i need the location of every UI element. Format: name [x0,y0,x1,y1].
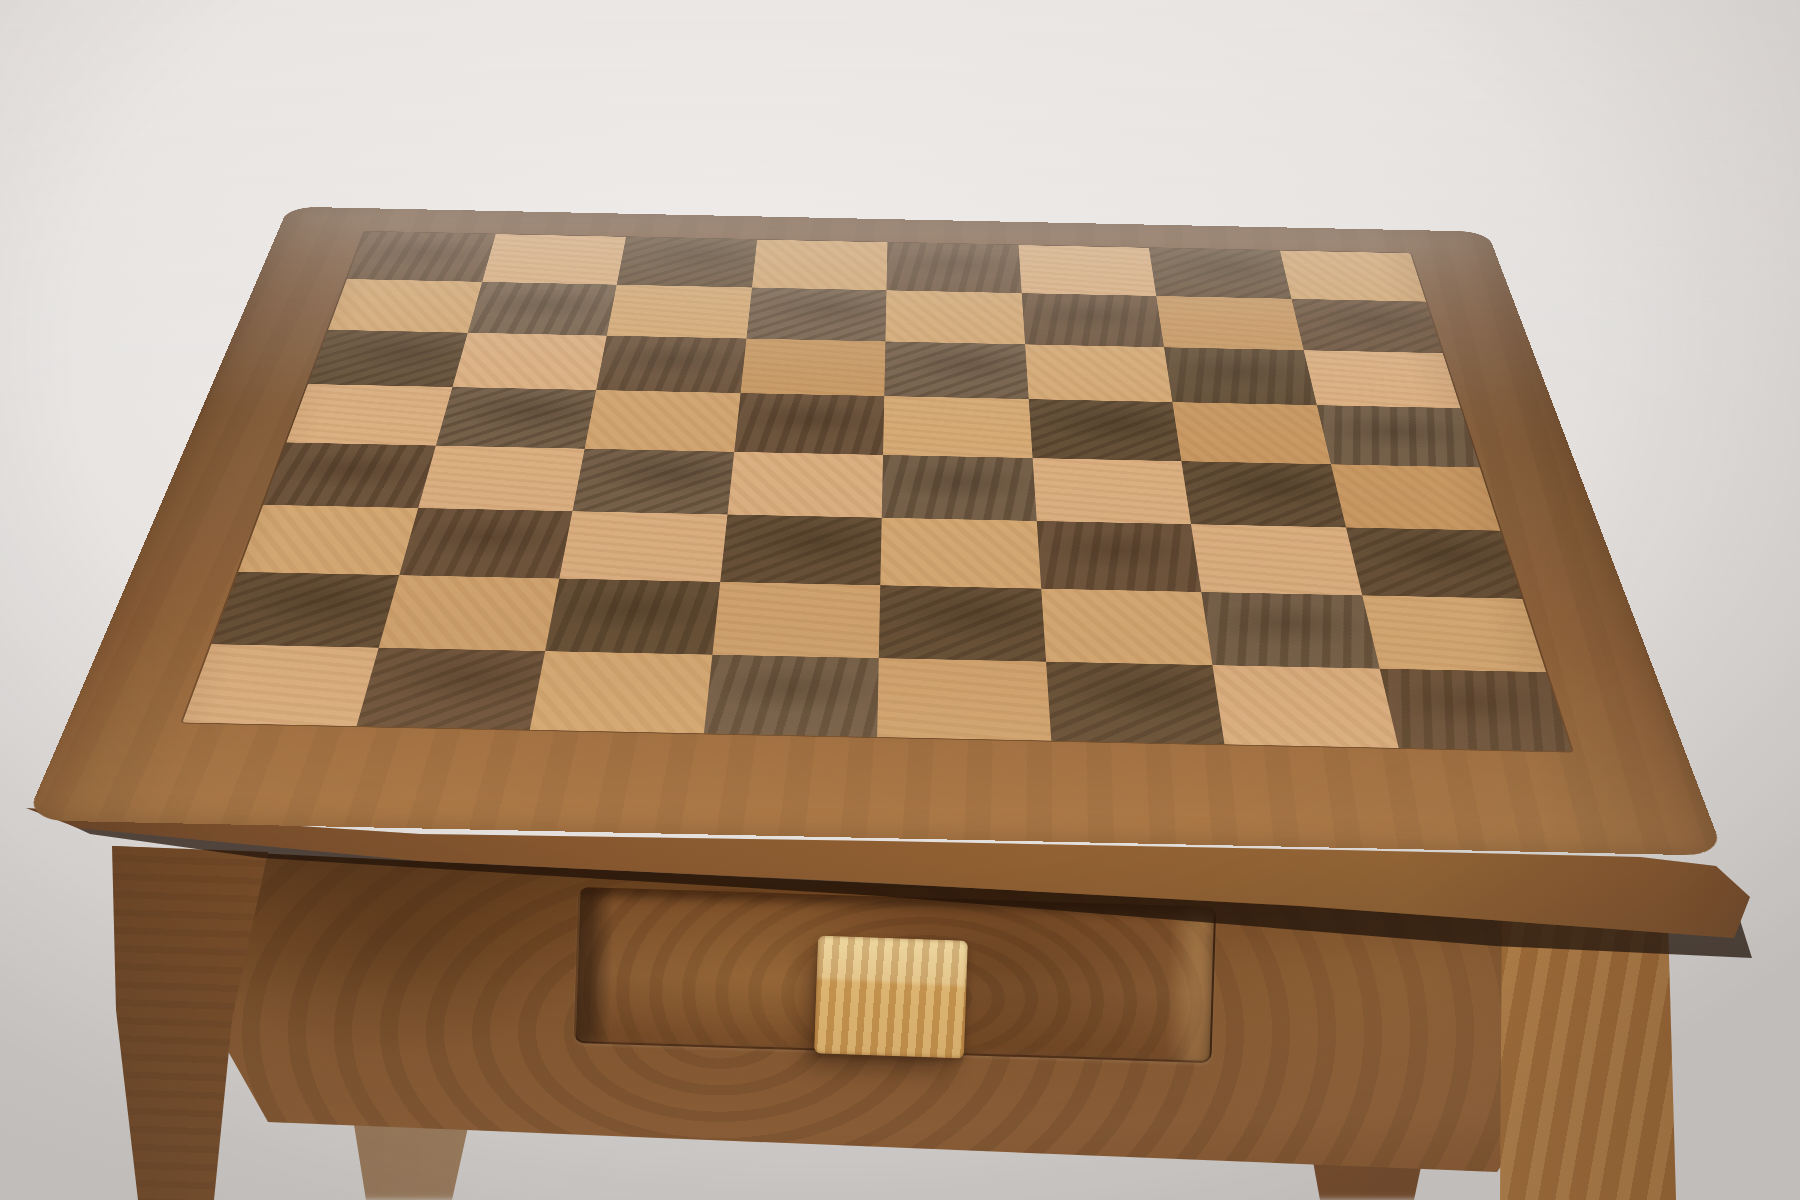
square-f5 [1028,399,1181,461]
tabletop-frame [25,207,1725,856]
square-e4 [882,455,1037,521]
square-b2 [378,575,559,651]
square-f3 [1036,521,1201,592]
square-f6 [1025,344,1173,402]
square-c7 [607,285,752,339]
square-f7 [1021,293,1164,347]
square-d3 [720,514,882,585]
square-c3 [559,511,727,582]
square-g3 [1191,524,1362,595]
square-b7 [467,282,616,336]
square-d7 [746,288,886,342]
studio-background [0,0,1800,1200]
square-d4 [727,452,883,518]
square-e8 [886,242,1021,293]
square-h6 [1303,350,1460,408]
square-b6 [452,333,607,390]
square-h1 [1379,669,1572,752]
drawer-knob [814,935,968,1058]
square-d5 [734,393,884,455]
square-c1 [530,651,712,733]
square-h5 [1316,405,1479,467]
square-a1 [182,644,378,726]
square-g2 [1201,592,1379,669]
chess-board [182,231,1571,751]
square-g5 [1172,402,1330,464]
square-c8 [617,237,757,288]
square-h7 [1291,299,1443,353]
square-g1 [1212,665,1398,748]
square-b5 [436,387,597,448]
square-f4 [1032,458,1191,524]
square-g7 [1156,296,1303,350]
square-a6 [308,330,467,387]
square-a5 [286,384,452,445]
square-f1 [1046,662,1225,745]
square-e5 [883,396,1032,458]
square-g8 [1149,248,1291,299]
square-a7 [328,279,482,333]
square-e6 [884,342,1028,400]
square-d2 [712,582,880,658]
square-e3 [880,518,1040,589]
square-f2 [1041,589,1213,666]
square-g4 [1181,461,1345,527]
square-c6 [596,336,746,393]
square-c5 [585,390,740,451]
square-g6 [1164,347,1316,405]
square-c2 [545,578,720,654]
square-b3 [399,508,573,579]
square-d1 [703,655,878,737]
square-e1 [877,658,1051,741]
square-b1 [356,648,545,730]
square-h8 [1280,251,1426,302]
square-b4 [418,445,585,511]
square-e2 [879,585,1046,661]
square-b8 [482,234,626,285]
square-f8 [1018,245,1156,296]
square-a4 [263,442,435,508]
square-h3 [1346,527,1523,598]
square-a2 [211,572,398,648]
square-e7 [885,290,1024,344]
square-c4 [572,449,733,515]
square-d8 [752,240,888,291]
square-a3 [238,505,418,575]
square-a8 [347,231,495,281]
square-d6 [740,339,885,397]
square-h2 [1362,595,1546,672]
square-h4 [1331,464,1501,530]
